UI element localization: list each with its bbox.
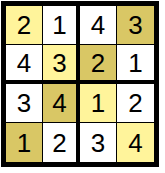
cell-r1c1[interactable]: 2 <box>6 6 43 45</box>
cell-r4c2[interactable]: 2 <box>43 123 80 162</box>
sudoku-board: 2143432134121234 <box>1 1 159 167</box>
page: 2143432134121234 <box>0 0 165 173</box>
cell-r4c1[interactable]: 1 <box>6 123 43 162</box>
cell-r1c3[interactable]: 4 <box>80 6 117 45</box>
cell-r4c4[interactable]: 4 <box>117 123 154 162</box>
cell-r2c1[interactable]: 4 <box>6 45 43 84</box>
cell-r3c3[interactable]: 1 <box>80 84 117 123</box>
cell-r4c3[interactable]: 3 <box>80 123 117 162</box>
cell-r1c4[interactable]: 3 <box>117 6 154 45</box>
cell-r2c2[interactable]: 3 <box>43 45 80 84</box>
cell-r3c1[interactable]: 3 <box>6 84 43 123</box>
cell-r2c3[interactable]: 2 <box>80 45 117 84</box>
cell-r2c4[interactable]: 1 <box>117 45 154 84</box>
cell-r3c2[interactable]: 4 <box>43 84 80 123</box>
cell-r3c4[interactable]: 2 <box>117 84 154 123</box>
cell-r1c2[interactable]: 1 <box>43 6 80 45</box>
